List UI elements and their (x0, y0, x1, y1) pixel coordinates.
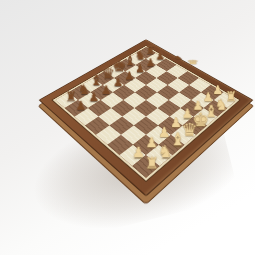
square-d5 (123, 92, 146, 108)
photo-background: ♜♞♝♛♚♝♞♜♟♟♟♟♟♟♟♟♟♟♟♟♟♟♟♟♜♞♝♛♚♝♞♜ ♞♛ (0, 0, 255, 255)
black-pawn-piece: ♟ (152, 38, 170, 61)
black-rook-piece: ♜ (142, 33, 159, 55)
white-rook-piece: ♜ (221, 77, 241, 103)
square-h4 (178, 71, 199, 85)
square-f3 (169, 92, 192, 108)
white-pawn-piece: ♟ (208, 70, 228, 96)
